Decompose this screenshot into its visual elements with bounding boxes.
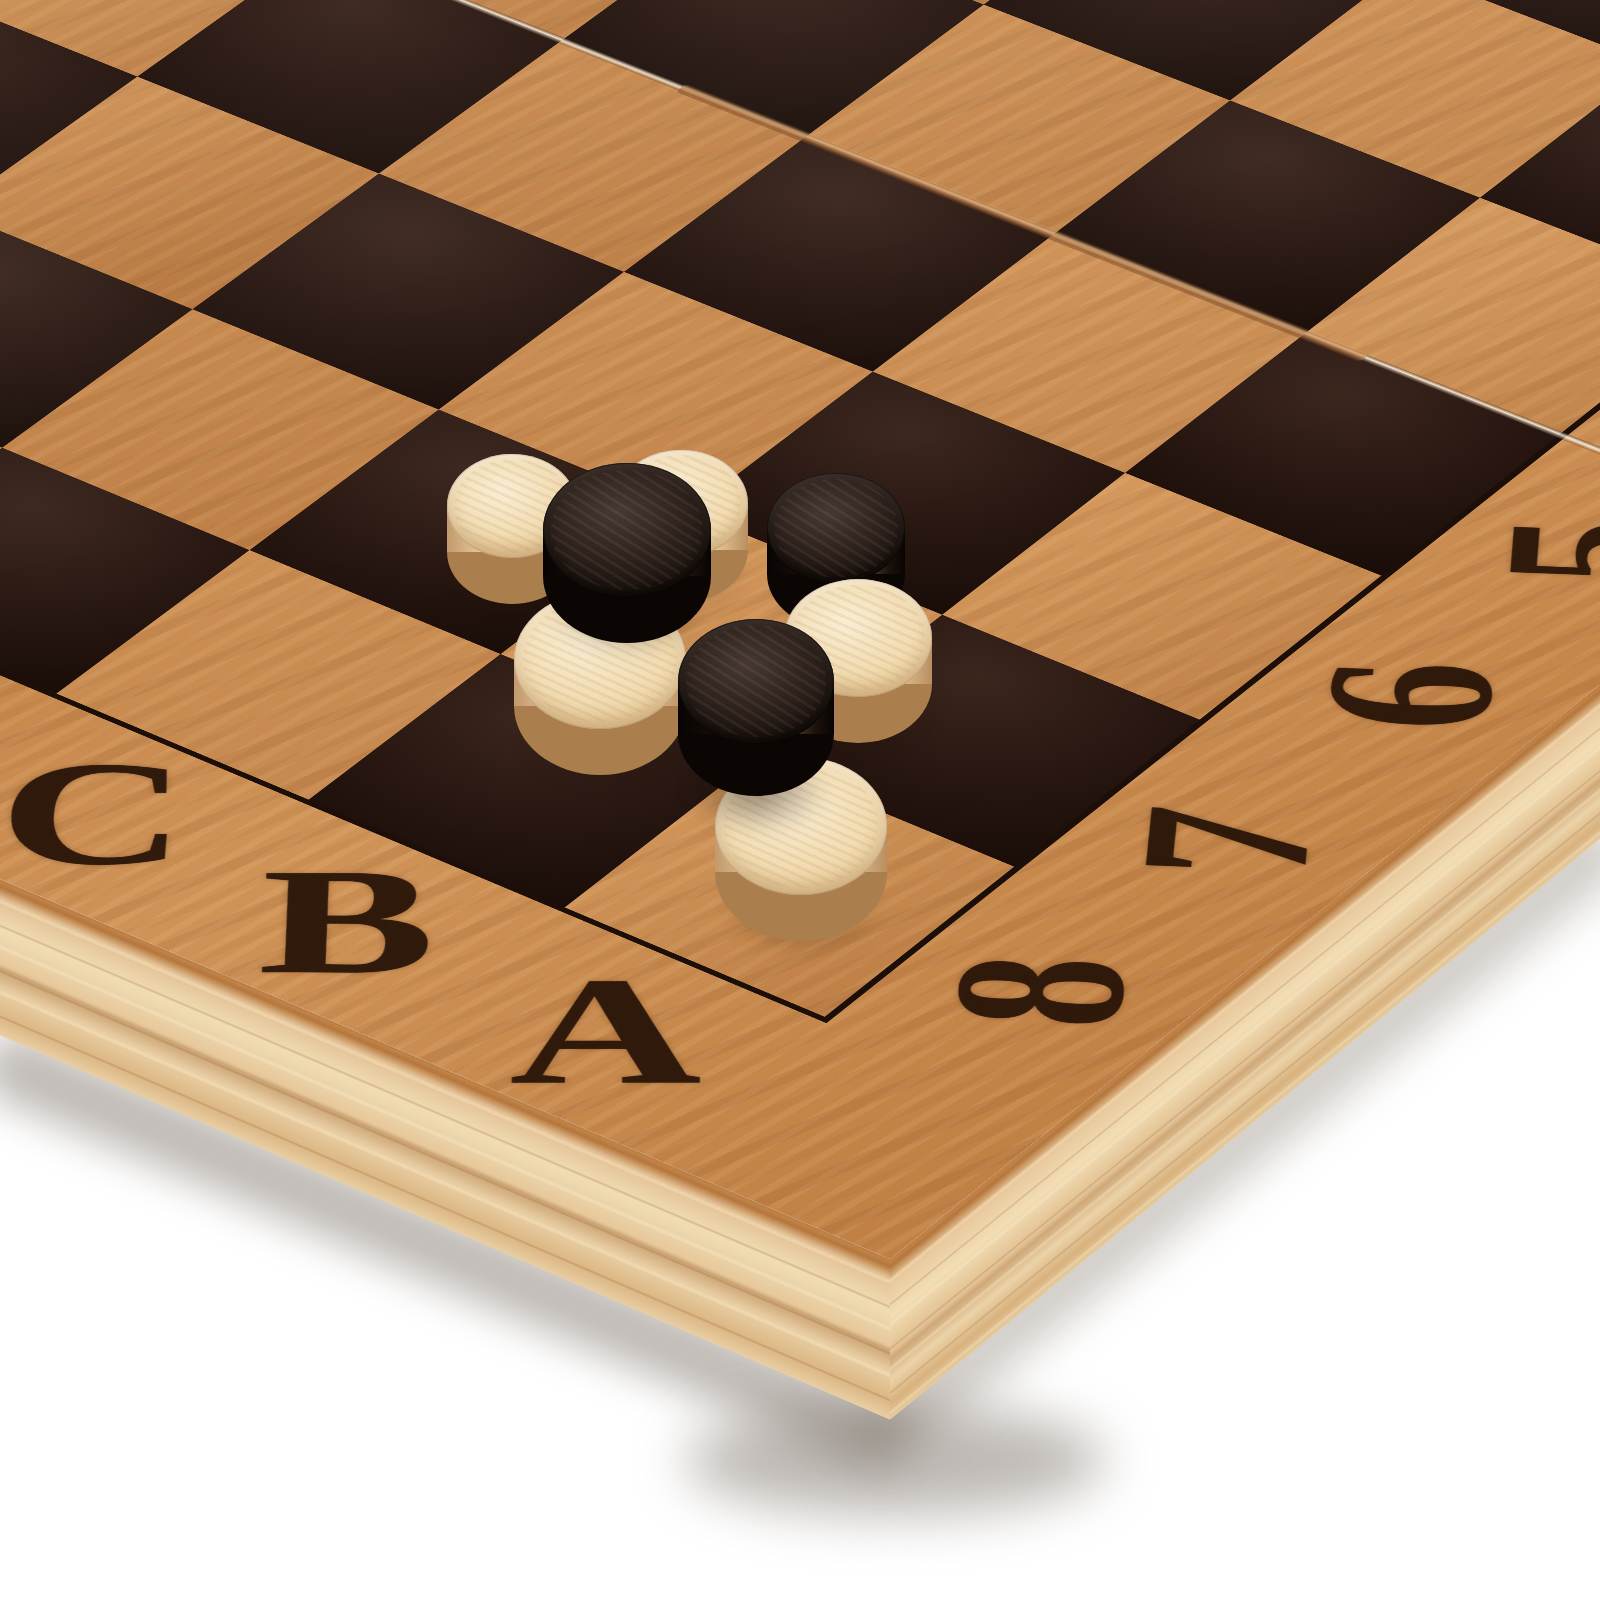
disc-top-face bbox=[543, 463, 711, 597]
checkers-pieces-layer bbox=[0, 0, 1600, 1600]
disc-top-face bbox=[678, 619, 834, 744]
disc-top-face bbox=[767, 473, 905, 583]
checker-disc-dark-7[interactable] bbox=[678, 619, 834, 796]
photo-background: ABCDEFGH87654321 bbox=[0, 0, 1600, 1600]
checker-disc-dark-2[interactable] bbox=[543, 463, 711, 643]
